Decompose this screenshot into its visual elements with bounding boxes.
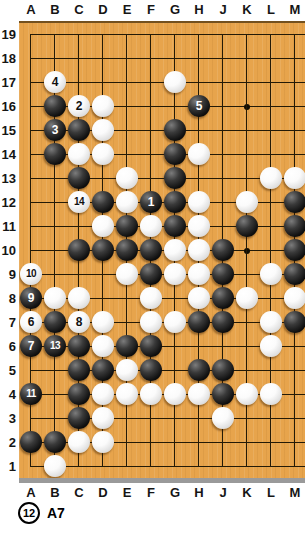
intersection-L3[interactable] <box>259 407 283 431</box>
intersection-K7[interactable] <box>235 311 259 335</box>
intersection-K12[interactable] <box>235 191 259 215</box>
intersection-G9[interactable] <box>163 263 187 287</box>
intersection-C14[interactable] <box>67 143 91 167</box>
intersection-E12[interactable] <box>115 191 139 215</box>
black-stone-G12 <box>164 191 186 213</box>
intersection-B1[interactable] <box>43 455 67 478</box>
intersection-M16[interactable] <box>283 95 305 119</box>
intersection-A14[interactable] <box>19 143 43 167</box>
intersection-H3[interactable] <box>187 407 211 431</box>
intersection-E16[interactable] <box>115 95 139 119</box>
intersection-A10[interactable] <box>19 239 43 263</box>
intersection-B16[interactable] <box>43 95 67 119</box>
intersection-K4[interactable] <box>235 383 259 407</box>
intersection-E8[interactable] <box>115 287 139 311</box>
intersection-H19[interactable] <box>187 23 211 47</box>
intersection-L7[interactable] <box>259 311 283 335</box>
intersection-L1[interactable] <box>259 455 283 478</box>
intersection-F18[interactable] <box>139 47 163 71</box>
intersection-B7[interactable] <box>43 311 67 335</box>
intersection-F14[interactable] <box>139 143 163 167</box>
white-stone-D7 <box>92 311 114 333</box>
intersection-L18[interactable] <box>259 47 283 71</box>
intersection-K14[interactable] <box>235 143 259 167</box>
intersection-C4[interactable] <box>67 383 91 407</box>
col-label-top-K: K <box>242 2 251 18</box>
intersection-E9[interactable] <box>115 263 139 287</box>
intersection-J15[interactable] <box>211 119 235 143</box>
intersection-G7[interactable] <box>163 311 187 335</box>
intersection-H12[interactable] <box>187 191 211 215</box>
white-stone-G17 <box>164 71 186 93</box>
intersection-D9[interactable] <box>91 263 115 287</box>
intersection-G12[interactable] <box>163 191 187 215</box>
intersection-E15[interactable] <box>115 119 139 143</box>
black-stone-M9 <box>284 263 305 285</box>
intersection-A12[interactable] <box>19 191 43 215</box>
white-stone-G7 <box>164 311 186 333</box>
move-annotation: 12 A7 <box>18 500 65 526</box>
intersection-G15[interactable] <box>163 119 187 143</box>
col-label-top-D: D <box>98 2 107 18</box>
intersection-B17[interactable]: 4 <box>43 71 67 95</box>
intersection-H18[interactable] <box>187 47 211 71</box>
intersection-F19[interactable] <box>139 23 163 47</box>
intersection-G6[interactable] <box>163 335 187 359</box>
intersection-L6[interactable] <box>259 335 283 359</box>
intersection-K9[interactable] <box>235 263 259 287</box>
intersection-M10[interactable] <box>283 239 305 263</box>
white-stone-H12 <box>188 191 210 213</box>
col-label-bottom-E: E <box>123 485 132 501</box>
intersection-F7[interactable] <box>139 311 163 335</box>
intersection-D3[interactable] <box>91 407 115 431</box>
intersection-M18[interactable] <box>283 47 305 71</box>
intersection-J1[interactable] <box>211 455 235 478</box>
intersection-M19[interactable] <box>283 23 305 47</box>
intersection-M3[interactable] <box>283 407 305 431</box>
intersection-G11[interactable] <box>163 215 187 239</box>
intersection-M1[interactable] <box>283 455 305 478</box>
white-stone-D4 <box>92 383 114 405</box>
intersection-H1[interactable] <box>187 455 211 478</box>
intersection-F17[interactable] <box>139 71 163 95</box>
intersection-M7[interactable] <box>283 311 305 335</box>
intersection-C7[interactable]: 8 <box>67 311 91 335</box>
col-label-bottom-B: B <box>50 485 59 501</box>
col-label-bottom-D: D <box>98 485 107 501</box>
intersection-H10[interactable] <box>187 239 211 263</box>
intersection-M13[interactable] <box>283 167 305 191</box>
intersection-K10[interactable] <box>235 239 259 263</box>
intersection-A1[interactable] <box>19 455 43 478</box>
intersection-L8[interactable] <box>259 287 283 311</box>
black-stone-C5 <box>68 359 90 381</box>
intersection-G18[interactable] <box>163 47 187 71</box>
black-stone-F5 <box>140 359 162 381</box>
white-stone-K12 <box>236 191 258 213</box>
intersection-J4[interactable] <box>211 383 235 407</box>
intersection-C16[interactable]: 2 <box>67 95 91 119</box>
intersection-K1[interactable] <box>235 455 259 478</box>
intersection-M11[interactable] <box>283 215 305 239</box>
move-number-label: 2 <box>76 100 83 112</box>
row-label-3: 3 <box>0 411 16 427</box>
intersection-E2[interactable] <box>115 431 139 455</box>
intersection-F6[interactable] <box>139 335 163 359</box>
intersection-G5[interactable] <box>163 359 187 383</box>
white-stone-F7 <box>140 311 162 333</box>
intersection-E6[interactable] <box>115 335 139 359</box>
black-stone-D12 <box>92 191 114 213</box>
intersection-A17[interactable] <box>19 71 43 95</box>
intersection-M6[interactable] <box>283 335 305 359</box>
intersection-C13[interactable] <box>67 167 91 191</box>
intersection-F4[interactable] <box>139 383 163 407</box>
intersection-L9[interactable] <box>259 263 283 287</box>
row-label-2: 2 <box>0 435 16 451</box>
intersection-D5[interactable] <box>91 359 115 383</box>
intersection-G17[interactable] <box>163 71 187 95</box>
intersection-C5[interactable] <box>67 359 91 383</box>
intersection-A15[interactable] <box>19 119 43 143</box>
intersection-G4[interactable] <box>163 383 187 407</box>
go-diagram: 42531411096871311 AABBCCDDEEFFGGHHJJKKLL… <box>0 0 305 537</box>
intersection-B14[interactable] <box>43 143 67 167</box>
intersection-B10[interactable] <box>43 239 67 263</box>
intersection-D11[interactable] <box>91 215 115 239</box>
intersection-H14[interactable] <box>187 143 211 167</box>
row-label-5: 5 <box>0 363 16 379</box>
intersection-A2[interactable] <box>19 431 43 455</box>
intersection-G8[interactable] <box>163 287 187 311</box>
intersection-D2[interactable] <box>91 431 115 455</box>
intersection-M12[interactable] <box>283 191 305 215</box>
intersection-J7[interactable] <box>211 311 235 335</box>
intersection-E5[interactable] <box>115 359 139 383</box>
white-stone-C2 <box>68 431 90 453</box>
intersection-H5[interactable] <box>187 359 211 383</box>
intersection-F3[interactable] <box>139 407 163 431</box>
white-stone-D2 <box>92 431 114 453</box>
intersection-J10[interactable] <box>211 239 235 263</box>
intersection-J11[interactable] <box>211 215 235 239</box>
intersection-M8[interactable] <box>283 287 305 311</box>
white-stone-M13 <box>284 167 305 189</box>
intersection-D6[interactable] <box>91 335 115 359</box>
intersection-M14[interactable] <box>283 143 305 167</box>
intersection-K19[interactable] <box>235 23 259 47</box>
col-label-top-M: M <box>290 2 301 18</box>
intersection-K15[interactable] <box>235 119 259 143</box>
intersection-F16[interactable] <box>139 95 163 119</box>
intersection-E17[interactable] <box>115 71 139 95</box>
intersection-C10[interactable] <box>67 239 91 263</box>
intersection-D19[interactable] <box>91 23 115 47</box>
intersection-E10[interactable] <box>115 239 139 263</box>
intersection-H7[interactable] <box>187 311 211 335</box>
intersection-C19[interactable] <box>67 23 91 47</box>
intersection-F9[interactable] <box>139 263 163 287</box>
intersection-F10[interactable] <box>139 239 163 263</box>
white-stone-L9 <box>260 263 282 285</box>
intersection-L2[interactable] <box>259 431 283 455</box>
move-number-label: 3 <box>52 124 59 136</box>
intersection-B4[interactable] <box>43 383 67 407</box>
col-label-top-L: L <box>267 2 275 18</box>
intersection-H2[interactable] <box>187 431 211 455</box>
intersection-B8[interactable] <box>43 287 67 311</box>
intersection-K13[interactable] <box>235 167 259 191</box>
intersection-F5[interactable] <box>139 359 163 383</box>
white-stone-F4 <box>140 383 162 405</box>
row-label-19: 19 <box>0 27 16 43</box>
intersection-C12[interactable]: 14 <box>67 191 91 215</box>
intersection-H11[interactable] <box>187 215 211 239</box>
intersection-D8[interactable] <box>91 287 115 311</box>
intersection-G10[interactable] <box>163 239 187 263</box>
intersection-H8[interactable] <box>187 287 211 311</box>
intersection-A4[interactable]: 11 <box>19 383 43 407</box>
intersection-E18[interactable] <box>115 47 139 71</box>
intersection-G19[interactable] <box>163 23 187 47</box>
intersection-L12[interactable] <box>259 191 283 215</box>
intersection-C15[interactable] <box>67 119 91 143</box>
intersection-J18[interactable] <box>211 47 235 71</box>
white-stone-F11 <box>140 215 162 237</box>
intersection-H6[interactable] <box>187 335 211 359</box>
intersection-C17[interactable] <box>67 71 91 95</box>
intersection-M4[interactable] <box>283 383 305 407</box>
white-stone-B8 <box>44 287 66 309</box>
white-stone-C8 <box>68 287 90 309</box>
row-label-11: 11 <box>0 219 16 235</box>
intersection-G2[interactable] <box>163 431 187 455</box>
intersection-M15[interactable] <box>283 119 305 143</box>
intersection-J12[interactable] <box>211 191 235 215</box>
intersection-A16[interactable] <box>19 95 43 119</box>
intersection-J17[interactable] <box>211 71 235 95</box>
intersection-B15[interactable]: 3 <box>43 119 67 143</box>
intersection-J9[interactable] <box>211 263 235 287</box>
row-label-14: 14 <box>0 147 16 163</box>
intersection-J5[interactable] <box>211 359 235 383</box>
board-bottom-shadow <box>19 478 305 483</box>
intersection-F8[interactable] <box>139 287 163 311</box>
intersection-G14[interactable] <box>163 143 187 167</box>
intersection-L11[interactable] <box>259 215 283 239</box>
black-stone-G14 <box>164 143 186 165</box>
intersection-G3[interactable] <box>163 407 187 431</box>
intersection-M17[interactable] <box>283 71 305 95</box>
intersection-F11[interactable] <box>139 215 163 239</box>
intersection-K6[interactable] <box>235 335 259 359</box>
intersection-D7[interactable] <box>91 311 115 335</box>
intersection-K5[interactable] <box>235 359 259 383</box>
intersection-B13[interactable] <box>43 167 67 191</box>
intersection-L13[interactable] <box>259 167 283 191</box>
col-label-top-J: J <box>219 2 226 18</box>
white-stone-E5 <box>116 359 138 381</box>
white-stone-G10 <box>164 239 186 261</box>
intersection-J2[interactable] <box>211 431 235 455</box>
intersection-C11[interactable] <box>67 215 91 239</box>
intersection-K16[interactable] <box>235 95 259 119</box>
white-stone-H8 <box>188 287 210 309</box>
black-stone-J5 <box>212 359 234 381</box>
intersection-C2[interactable] <box>67 431 91 455</box>
intersection-E14[interactable] <box>115 143 139 167</box>
row-label-17: 17 <box>0 75 16 91</box>
white-stone-D11 <box>92 215 114 237</box>
intersection-K11[interactable] <box>235 215 259 239</box>
intersection-L15[interactable] <box>259 119 283 143</box>
move-number-label: 14 <box>74 197 84 207</box>
intersection-F13[interactable] <box>139 167 163 191</box>
black-stone-A6: 7 <box>20 335 42 357</box>
intersection-A8[interactable]: 9 <box>19 287 43 311</box>
intersection-D16[interactable] <box>91 95 115 119</box>
intersection-L19[interactable] <box>259 23 283 47</box>
white-stone-G4 <box>164 383 186 405</box>
black-stone-C15 <box>68 119 90 141</box>
intersection-D17[interactable] <box>91 71 115 95</box>
intersection-E7[interactable] <box>115 311 139 335</box>
intersection-G13[interactable] <box>163 167 187 191</box>
intersection-H17[interactable] <box>187 71 211 95</box>
intersection-D13[interactable] <box>91 167 115 191</box>
intersection-A19[interactable] <box>19 23 43 47</box>
intersection-A6[interactable]: 7 <box>19 335 43 359</box>
black-stone-C4 <box>68 383 90 405</box>
intersection-G1[interactable] <box>163 455 187 478</box>
intersection-D12[interactable] <box>91 191 115 215</box>
move-number-label: 11 <box>26 389 36 399</box>
intersection-M2[interactable] <box>283 431 305 455</box>
intersection-C6[interactable] <box>67 335 91 359</box>
intersection-H9[interactable] <box>187 263 211 287</box>
intersection-H13[interactable] <box>187 167 211 191</box>
intersection-L17[interactable] <box>259 71 283 95</box>
intersection-A18[interactable] <box>19 47 43 71</box>
intersection-B6[interactable]: 13 <box>43 335 67 359</box>
intersection-H16[interactable]: 5 <box>187 95 211 119</box>
intersection-F1[interactable] <box>139 455 163 478</box>
col-label-bottom-H: H <box>194 485 203 501</box>
intersection-B19[interactable] <box>43 23 67 47</box>
intersection-E19[interactable] <box>115 23 139 47</box>
intersection-L16[interactable] <box>259 95 283 119</box>
intersection-A5[interactable] <box>19 359 43 383</box>
intersection-L5[interactable] <box>259 359 283 383</box>
intersection-C18[interactable] <box>67 47 91 71</box>
intersection-J13[interactable] <box>211 167 235 191</box>
intersection-L4[interactable] <box>259 383 283 407</box>
col-label-bottom-C: C <box>74 485 83 501</box>
white-move-marker: 12 <box>18 502 40 524</box>
black-stone-B15: 3 <box>44 119 66 141</box>
intersection-D1[interactable] <box>91 455 115 478</box>
intersection-A3[interactable] <box>19 407 43 431</box>
intersection-L10[interactable] <box>259 239 283 263</box>
black-stone-J9 <box>212 263 234 285</box>
intersection-B3[interactable] <box>43 407 67 431</box>
black-stone-J8 <box>212 287 234 309</box>
black-stone-G15 <box>164 119 186 141</box>
intersection-B2[interactable] <box>43 431 67 455</box>
intersection-C3[interactable] <box>67 407 91 431</box>
white-stone-H11 <box>188 215 210 237</box>
intersection-K8[interactable] <box>235 287 259 311</box>
intersection-B12[interactable] <box>43 191 67 215</box>
black-stone-G13 <box>164 167 186 189</box>
intersection-K3[interactable] <box>235 407 259 431</box>
black-stone-D10 <box>92 239 114 261</box>
intersection-G16[interactable] <box>163 95 187 119</box>
intersection-K17[interactable] <box>235 71 259 95</box>
intersection-J19[interactable] <box>211 23 235 47</box>
intersection-M9[interactable] <box>283 263 305 287</box>
intersection-E3[interactable] <box>115 407 139 431</box>
white-stone-H14 <box>188 143 210 165</box>
intersection-B11[interactable] <box>43 215 67 239</box>
col-label-top-H: H <box>194 2 203 18</box>
intersection-D4[interactable] <box>91 383 115 407</box>
intersection-M5[interactable] <box>283 359 305 383</box>
intersection-C8[interactable] <box>67 287 91 311</box>
black-stone-H7 <box>188 311 210 333</box>
black-stone-B16 <box>44 95 66 117</box>
intersection-D10[interactable] <box>91 239 115 263</box>
intersection-D14[interactable] <box>91 143 115 167</box>
intersection-H4[interactable] <box>187 383 211 407</box>
intersection-A7[interactable]: 6 <box>19 311 43 335</box>
row-label-18: 18 <box>0 51 16 67</box>
black-stone-C3 <box>68 407 90 429</box>
intersection-E11[interactable] <box>115 215 139 239</box>
intersection-E13[interactable] <box>115 167 139 191</box>
intersection-K18[interactable] <box>235 47 259 71</box>
intersection-E1[interactable] <box>115 455 139 478</box>
intersection-J3[interactable] <box>211 407 235 431</box>
intersection-J6[interactable] <box>211 335 235 359</box>
intersection-F15[interactable] <box>139 119 163 143</box>
black-stone-B7 <box>44 311 66 333</box>
intersection-H15[interactable] <box>187 119 211 143</box>
intersection-B5[interactable] <box>43 359 67 383</box>
intersection-A13[interactable] <box>19 167 43 191</box>
intersection-A9[interactable]: 10 <box>19 263 43 287</box>
intersection-B18[interactable] <box>43 47 67 71</box>
black-stone-M10 <box>284 239 305 261</box>
intersection-D15[interactable] <box>91 119 115 143</box>
intersection-F12[interactable]: 1 <box>139 191 163 215</box>
intersection-A11[interactable] <box>19 215 43 239</box>
intersection-K2[interactable] <box>235 431 259 455</box>
intersection-J14[interactable] <box>211 143 235 167</box>
intersection-F2[interactable] <box>139 431 163 455</box>
black-stone-F9 <box>140 263 162 285</box>
intersection-D18[interactable] <box>91 47 115 71</box>
intersection-L14[interactable] <box>259 143 283 167</box>
intersection-E4[interactable] <box>115 383 139 407</box>
intersection-C1[interactable] <box>67 455 91 478</box>
intersection-C9[interactable] <box>67 263 91 287</box>
black-stone-J7 <box>212 311 234 333</box>
intersection-J16[interactable] <box>211 95 235 119</box>
intersection-B9[interactable] <box>43 263 67 287</box>
intersection-J8[interactable] <box>211 287 235 311</box>
